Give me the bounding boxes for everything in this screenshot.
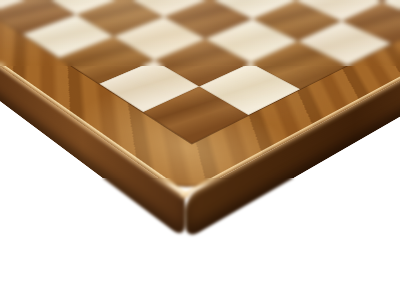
square-f4 <box>211 0 296 19</box>
square-h4 <box>298 21 391 65</box>
gloss-reflection <box>0 0 400 197</box>
square-c1 <box>0 0 42 13</box>
square-h2 <box>199 63 300 115</box>
square-f5 <box>254 0 337 1</box>
chessboard <box>0 0 400 197</box>
square-h5 <box>342 2 400 43</box>
square-g1 <box>99 60 199 112</box>
square-f2 <box>114 17 206 61</box>
square-g2 <box>154 39 250 87</box>
square-f1 <box>59 37 154 84</box>
square-g4 <box>252 1 341 42</box>
square-e1 <box>23 15 114 58</box>
square-h1 <box>143 86 248 143</box>
square-d2 <box>42 0 126 15</box>
square-g3 <box>205 19 298 63</box>
square-d1 <box>0 0 76 34</box>
square-h6 <box>382 0 400 23</box>
photo-canvas <box>0 0 400 300</box>
square-h3 <box>251 41 348 89</box>
square-f3 <box>164 0 252 39</box>
square-g6 <box>337 0 400 2</box>
square-e3 <box>126 0 211 17</box>
chessboard-photo-scene <box>0 0 400 300</box>
square-g5 <box>296 0 382 21</box>
square-e2 <box>76 0 164 37</box>
board-top-face <box>0 0 400 197</box>
